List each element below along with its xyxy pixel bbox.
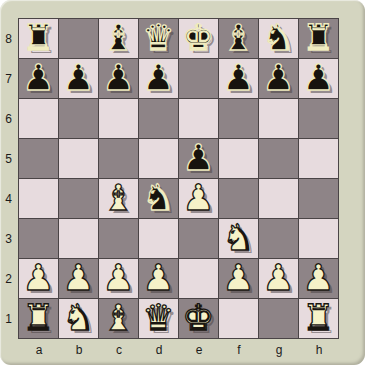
square-d1[interactable]: ♛ xyxy=(139,299,178,338)
rank-label-1: 1 xyxy=(0,299,17,339)
piece-black-king[interactable]: ♚ xyxy=(182,18,214,57)
piece-white-rook[interactable]: ♜ xyxy=(302,298,334,337)
piece-white-queen[interactable]: ♛ xyxy=(142,298,174,337)
piece-white-pawn[interactable]: ♟ xyxy=(142,258,174,297)
square-h5[interactable] xyxy=(299,139,338,178)
square-b7[interactable]: ♟ xyxy=(59,59,98,98)
square-a1[interactable]: ♜ xyxy=(19,299,58,338)
square-g8[interactable]: ♞ xyxy=(259,19,298,58)
file-label-g: g xyxy=(259,340,299,360)
square-g3[interactable] xyxy=(259,219,298,258)
square-a5[interactable] xyxy=(19,139,58,178)
square-b1[interactable]: ♞ xyxy=(59,299,98,338)
square-e8[interactable]: ♚ xyxy=(179,19,218,58)
square-c1[interactable]: ♝ xyxy=(99,299,138,338)
piece-white-king[interactable]: ♚ xyxy=(182,298,214,337)
piece-white-rook[interactable]: ♜ xyxy=(22,298,54,337)
square-h3[interactable] xyxy=(299,219,338,258)
piece-black-knight[interactable]: ♞ xyxy=(262,18,294,57)
piece-white-knight[interactable]: ♞ xyxy=(62,298,94,337)
piece-black-pawn[interactable]: ♟ xyxy=(222,58,254,97)
square-e2[interactable] xyxy=(179,259,218,298)
piece-white-pawn[interactable]: ♟ xyxy=(302,258,334,297)
square-a6[interactable] xyxy=(19,99,58,138)
square-f5[interactable] xyxy=(219,139,258,178)
rank-label-4: 4 xyxy=(0,179,17,219)
file-labels: abcdefgh xyxy=(19,340,339,360)
square-c2[interactable]: ♟ xyxy=(99,259,138,298)
piece-white-pawn[interactable]: ♟ xyxy=(62,258,94,297)
piece-black-knight[interactable]: ♞ xyxy=(142,178,174,217)
rank-label-5: 5 xyxy=(0,139,17,179)
rank-label-2: 2 xyxy=(0,259,17,299)
piece-black-pawn[interactable]: ♟ xyxy=(102,58,134,97)
rank-label-7: 7 xyxy=(0,59,17,99)
file-label-d: d xyxy=(139,340,179,360)
chess-board[interactable]: ♜♝♛♚♝♞♜♟♟♟♟♟♟♟♟♝♞♟♞♟♟♟♟♟♟♟♜♞♝♛♚♜ xyxy=(18,18,339,339)
square-f1[interactable] xyxy=(219,299,258,338)
square-f2[interactable]: ♟ xyxy=(219,259,258,298)
square-f8[interactable]: ♝ xyxy=(219,19,258,58)
piece-white-bishop[interactable]: ♝ xyxy=(102,298,134,337)
piece-black-rook[interactable]: ♜ xyxy=(302,18,334,57)
square-h6[interactable] xyxy=(299,99,338,138)
piece-white-pawn[interactable]: ♟ xyxy=(182,178,214,217)
square-b6[interactable] xyxy=(59,99,98,138)
square-b4[interactable] xyxy=(59,179,98,218)
piece-black-queen[interactable]: ♛ xyxy=(142,18,174,57)
square-f7[interactable]: ♟ xyxy=(219,59,258,98)
square-c3[interactable] xyxy=(99,219,138,258)
square-a8[interactable]: ♜ xyxy=(19,19,58,58)
piece-black-pawn[interactable]: ♟ xyxy=(62,58,94,97)
file-label-c: c xyxy=(99,340,139,360)
square-c8[interactable]: ♝ xyxy=(99,19,138,58)
square-g1[interactable] xyxy=(259,299,298,338)
square-e5[interactable]: ♟ xyxy=(179,139,218,178)
file-label-f: f xyxy=(219,340,259,360)
square-e3[interactable] xyxy=(179,219,218,258)
rank-labels: 87654321 xyxy=(0,19,17,339)
square-b8[interactable] xyxy=(59,19,98,58)
square-d8[interactable]: ♛ xyxy=(139,19,178,58)
square-g2[interactable]: ♟ xyxy=(259,259,298,298)
square-e7[interactable] xyxy=(179,59,218,98)
square-b2[interactable]: ♟ xyxy=(59,259,98,298)
square-b5[interactable] xyxy=(59,139,98,178)
piece-black-pawn[interactable]: ♟ xyxy=(262,58,294,97)
square-h7[interactable]: ♟ xyxy=(299,59,338,98)
square-h1[interactable]: ♜ xyxy=(299,299,338,338)
piece-black-pawn[interactable]: ♟ xyxy=(142,58,174,97)
file-label-a: a xyxy=(19,340,59,360)
square-d2[interactable]: ♟ xyxy=(139,259,178,298)
piece-black-pawn[interactable]: ♟ xyxy=(182,138,214,177)
square-c7[interactable]: ♟ xyxy=(99,59,138,98)
piece-white-pawn[interactable]: ♟ xyxy=(22,258,54,297)
square-a2[interactable]: ♟ xyxy=(19,259,58,298)
square-a3[interactable] xyxy=(19,219,58,258)
file-label-e: e xyxy=(179,340,219,360)
square-g5[interactable] xyxy=(259,139,298,178)
square-f3[interactable]: ♞ xyxy=(219,219,258,258)
piece-black-pawn[interactable]: ♟ xyxy=(22,58,54,97)
file-label-h: h xyxy=(299,340,339,360)
square-f4[interactable] xyxy=(219,179,258,218)
square-d3[interactable] xyxy=(139,219,178,258)
square-g4[interactable] xyxy=(259,179,298,218)
rank-label-8: 8 xyxy=(0,19,17,59)
piece-black-rook[interactable]: ♜ xyxy=(22,18,54,57)
square-c5[interactable] xyxy=(99,139,138,178)
square-d5[interactable] xyxy=(139,139,178,178)
square-e4[interactable]: ♟ xyxy=(179,179,218,218)
square-d4[interactable]: ♞ xyxy=(139,179,178,218)
piece-white-bishop[interactable]: ♝ xyxy=(102,178,134,217)
square-g6[interactable] xyxy=(259,99,298,138)
square-c6[interactable] xyxy=(99,99,138,138)
square-c4[interactable]: ♝ xyxy=(99,179,138,218)
square-a7[interactable]: ♟ xyxy=(19,59,58,98)
file-label-b: b xyxy=(59,340,99,360)
piece-black-bishop[interactable]: ♝ xyxy=(222,18,254,57)
square-d7[interactable]: ♟ xyxy=(139,59,178,98)
square-e1[interactable]: ♚ xyxy=(179,299,218,338)
piece-black-pawn[interactable]: ♟ xyxy=(302,58,334,97)
piece-white-pawn[interactable]: ♟ xyxy=(222,258,254,297)
square-h2[interactable]: ♟ xyxy=(299,259,338,298)
piece-white-knight[interactable]: ♞ xyxy=(222,218,254,257)
rank-label-3: 3 xyxy=(0,219,17,259)
square-a4[interactable] xyxy=(19,179,58,218)
square-g7[interactable]: ♟ xyxy=(259,59,298,98)
rank-label-6: 6 xyxy=(0,99,17,139)
square-f6[interactable] xyxy=(219,99,258,138)
piece-black-bishop[interactable]: ♝ xyxy=(102,18,134,57)
piece-white-pawn[interactable]: ♟ xyxy=(102,258,134,297)
board-plate: 87654321 ♜♝♛♚♝♞♜♟♟♟♟♟♟♟♟♝♞♟♞♟♟♟♟♟♟♟♜♞♝♛♚… xyxy=(0,0,365,365)
square-b3[interactable] xyxy=(59,219,98,258)
square-h8[interactable]: ♜ xyxy=(299,19,338,58)
piece-white-pawn[interactable]: ♟ xyxy=(262,258,294,297)
square-e6[interactable] xyxy=(179,99,218,138)
square-d6[interactable] xyxy=(139,99,178,138)
square-h4[interactable] xyxy=(299,179,338,218)
